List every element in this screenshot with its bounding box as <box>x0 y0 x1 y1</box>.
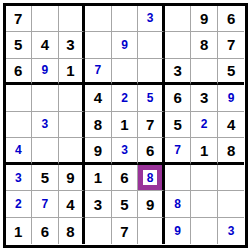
cell-r2c5[interactable]: 9 <box>112 32 139 59</box>
cell-r1c1[interactable]: 7 <box>6 6 33 33</box>
cell-r8c2[interactable]: 7 <box>32 191 59 218</box>
cell-r1c5[interactable] <box>112 6 139 33</box>
cell-r8c8[interactable] <box>191 191 218 218</box>
cell-r7c7[interactable] <box>165 165 192 192</box>
cell-r9c5[interactable]: 7 <box>112 218 139 245</box>
cell-r4c7[interactable]: 6 <box>165 85 192 112</box>
cell-r5c9[interactable]: 4 <box>218 112 245 139</box>
cell-r9c3[interactable]: 8 <box>59 218 86 245</box>
cell-r3c5[interactable] <box>112 59 139 86</box>
cell-r1c9[interactable]: 6 <box>218 6 245 33</box>
cell-r2c4[interactable] <box>85 32 112 59</box>
cell-r1c3[interactable] <box>59 6 86 33</box>
cell-r3c2[interactable]: 9 <box>32 59 59 86</box>
cell-r5c4[interactable]: 8 <box>85 112 112 139</box>
cell-r8c9[interactable] <box>218 191 245 218</box>
cell-r3c4[interactable]: 7 <box>85 59 112 86</box>
cell-r3c7[interactable]: 3 <box>165 59 192 86</box>
cell-r4c6[interactable]: 5 <box>138 85 165 112</box>
cell-r3c9[interactable]: 5 <box>218 59 245 86</box>
cell-r7c3[interactable]: 9 <box>59 165 86 192</box>
cell-r5c8[interactable]: 2 <box>191 112 218 139</box>
cell-r6c5[interactable]: 3 <box>112 138 139 165</box>
cell-r7c5[interactable]: 6 <box>112 165 139 192</box>
cell-r8c6[interactable]: 9 <box>138 191 165 218</box>
cell-r4c1[interactable] <box>6 85 33 112</box>
cell-r5c5[interactable]: 1 <box>112 112 139 139</box>
cell-r8c4[interactable]: 3 <box>85 191 112 218</box>
cell-r9c9[interactable]: 3 <box>218 218 245 245</box>
cell-r6c6[interactable]: 6 <box>138 138 165 165</box>
cell-r3c3[interactable]: 1 <box>59 59 86 86</box>
cell-r1c2[interactable] <box>32 6 59 33</box>
cell-r5c7[interactable]: 5 <box>165 112 192 139</box>
cell-r8c3[interactable]: 4 <box>59 191 86 218</box>
cell-r7c1[interactable]: 3 <box>6 165 33 192</box>
cell-r7c9[interactable] <box>218 165 245 192</box>
cell-r5c2[interactable]: 3 <box>32 112 59 139</box>
cell-r8c7[interactable]: 8 <box>165 191 192 218</box>
selected-cell-r7c6[interactable]: 8 <box>138 165 165 192</box>
cell-r6c9[interactable]: 8 <box>218 138 245 165</box>
cell-r2c2[interactable]: 4 <box>32 32 59 59</box>
cell-r5c3[interactable] <box>59 112 86 139</box>
cell-r4c2[interactable] <box>32 85 59 112</box>
cell-r8c1[interactable]: 2 <box>6 191 33 218</box>
cell-r2c6[interactable] <box>138 32 165 59</box>
cell-r6c7[interactable]: 7 <box>165 138 192 165</box>
cell-r4c8[interactable]: 3 <box>191 85 218 112</box>
cell-r7c2[interactable]: 5 <box>32 165 59 192</box>
cell-r2c7[interactable] <box>165 32 192 59</box>
cell-r9c6[interactable] <box>138 218 165 245</box>
cell-r2c1[interactable]: 5 <box>6 32 33 59</box>
cell-r6c8[interactable]: 1 <box>191 138 218 165</box>
cell-r9c2[interactable]: 6 <box>32 218 59 245</box>
cell-r6c2[interactable] <box>32 138 59 165</box>
cell-r5c1[interactable] <box>6 112 33 139</box>
cell-r6c1[interactable]: 4 <box>6 138 33 165</box>
cell-r9c4[interactable] <box>85 218 112 245</box>
cell-r3c8[interactable] <box>191 59 218 86</box>
cell-r8c5[interactable]: 5 <box>112 191 139 218</box>
cell-r6c3[interactable] <box>59 138 86 165</box>
cell-r6c4[interactable]: 9 <box>85 138 112 165</box>
cell-r7c4[interactable]: 1 <box>85 165 112 192</box>
cell-r2c9[interactable]: 7 <box>218 32 245 59</box>
cell-r5c6[interactable]: 7 <box>138 112 165 139</box>
cell-r2c3[interactable]: 3 <box>59 32 86 59</box>
cell-r4c4[interactable]: 4 <box>85 85 112 112</box>
cell-r1c7[interactable] <box>165 6 192 33</box>
cell-r3c1[interactable]: 6 <box>6 59 33 86</box>
cell-r2c8[interactable]: 8 <box>191 32 218 59</box>
cell-r7c8[interactable] <box>191 165 218 192</box>
cell-r1c4[interactable] <box>85 6 112 33</box>
cell-r1c8[interactable]: 9 <box>191 6 218 33</box>
cell-r4c3[interactable] <box>59 85 86 112</box>
sudoku-board: 7396543987691735425639381752449367183591… <box>3 3 248 248</box>
cell-r4c9[interactable]: 9 <box>218 85 245 112</box>
cell-r3c6[interactable] <box>138 59 165 86</box>
cell-r9c1[interactable]: 1 <box>6 218 33 245</box>
sudoku-app: 7396543987691735425639381752449367183591… <box>0 0 250 250</box>
cell-r1c6[interactable]: 3 <box>138 6 165 33</box>
cell-r9c7[interactable]: 9 <box>165 218 192 245</box>
cell-r4c5[interactable]: 2 <box>112 85 139 112</box>
cell-r9c8[interactable] <box>191 218 218 245</box>
